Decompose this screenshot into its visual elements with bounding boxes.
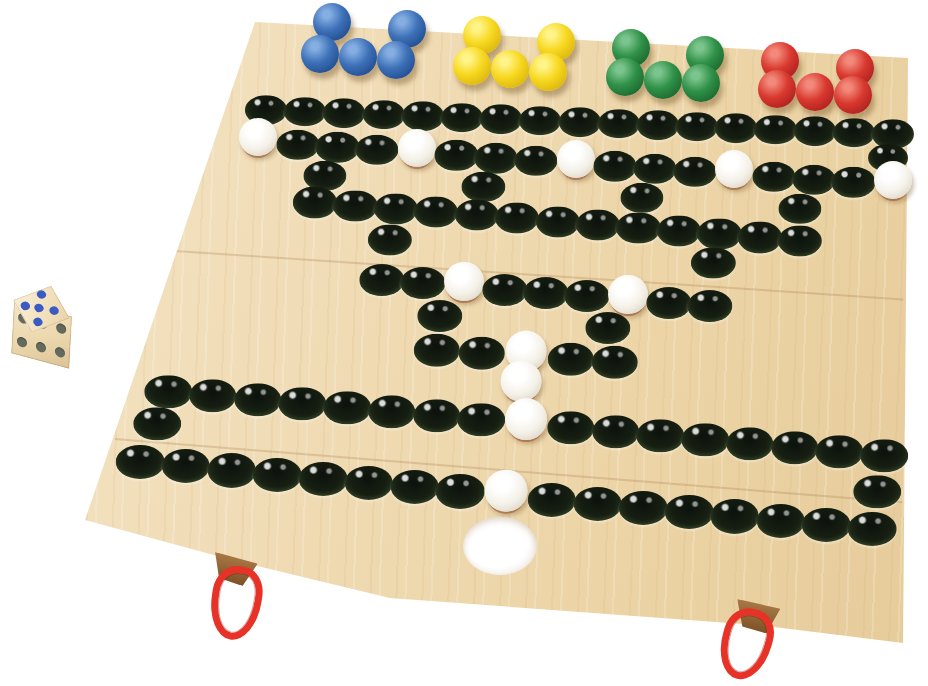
board-hole [687,290,732,322]
board-hole [848,512,897,546]
board-hole [234,383,282,416]
board-hole [458,337,504,370]
white-barricade-marble[interactable] [608,275,648,315]
board-hole [299,462,348,496]
white-barricade-marble[interactable] [715,150,753,188]
wooden-die[interactable] [6,280,90,380]
board-hole [323,98,365,128]
die-pip [54,346,65,359]
board-hole [278,387,326,420]
board-hole [413,399,461,432]
board-hole [802,508,851,542]
board-hole [771,431,819,464]
board-hole [144,375,192,408]
yellow-marble[interactable] [491,50,529,88]
white-barricade-marble[interactable] [557,140,595,178]
board-hole [726,427,774,460]
board-hole [417,300,462,332]
board-hole [482,274,527,306]
blue-marble[interactable] [339,38,377,76]
board-hole [860,439,908,472]
board-hole [598,109,640,139]
board-hole [344,466,393,500]
white-barricade-marble[interactable] [485,469,528,512]
red-marble[interactable] [796,73,834,111]
board-hole [592,415,640,448]
green-marble[interactable] [606,58,644,96]
board-hole [573,487,622,521]
board-hole [400,267,445,299]
die-pip [36,341,47,354]
board-hole [359,264,404,296]
board-hole [710,499,759,533]
red-string-loop-left [206,563,267,644]
blue-marble[interactable] [301,35,339,73]
board-hole [646,287,691,319]
green-marble[interactable] [644,61,682,99]
die-pip [48,305,61,316]
white-barricade-marble[interactable] [239,118,277,156]
board-hole [794,116,836,146]
board-hole [665,495,714,529]
board-hole [116,445,165,479]
board-hole [636,419,684,452]
white-barricade-marble[interactable] [501,361,542,402]
board-hole [323,391,371,424]
board-hole [441,103,483,133]
die-pip [17,336,28,349]
board-hole [363,100,405,130]
board-hole [436,474,485,508]
die-pip [19,300,32,311]
green-marble[interactable] [682,64,720,102]
board-hole [207,453,256,487]
board-hole [592,346,638,379]
board-hole [619,491,668,525]
board-hole [368,395,416,428]
board-hole [585,312,630,344]
board-hole [564,280,609,312]
red-marble[interactable] [834,76,872,114]
white-barricade-marble[interactable] [874,161,912,199]
die-pip [33,303,46,314]
board-hole [676,112,718,142]
board-hole [480,104,522,134]
board-hole [189,379,237,412]
board-hole [390,470,439,504]
board-hole [547,343,593,376]
scene [0,0,928,686]
die-pip [35,289,48,300]
board-hole [547,411,595,444]
board-hole [754,115,796,145]
board-hole [133,407,181,440]
board-hole [284,97,326,127]
board-hole [681,423,729,456]
die-pip [31,317,44,328]
red-marble[interactable] [758,70,796,108]
board-hole [402,101,444,131]
white-barricade-marble[interactable] [398,129,436,167]
board-hole [637,110,679,140]
board-hole [457,403,505,436]
board-hole [523,277,568,309]
goal-cell [463,517,537,575]
die-pip [56,322,67,335]
board-hole [414,334,460,367]
board-hole [853,475,901,508]
board-hole [527,483,576,517]
board-hole [253,457,302,491]
yellow-marble[interactable] [529,53,567,91]
board-hole [161,449,210,483]
board-hole [756,504,805,538]
board-hole [519,106,561,136]
white-barricade-marble[interactable] [444,262,484,302]
board-hole [558,107,600,137]
white-barricade-marble[interactable] [505,398,547,440]
board-hole [715,113,757,143]
yellow-marble[interactable] [453,47,491,85]
board-hole [815,435,863,468]
board-hole [833,118,875,148]
blue-marble[interactable] [377,41,415,79]
